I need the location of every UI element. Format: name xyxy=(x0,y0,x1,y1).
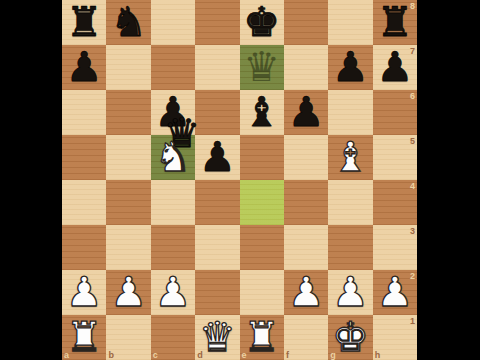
square-f5[interactable] xyxy=(284,135,328,180)
square-e4[interactable] xyxy=(240,180,284,225)
black-knight-b8-icon[interactable]: ♞ xyxy=(106,0,150,45)
square-f2[interactable]: ♟ xyxy=(284,270,328,315)
square-b2[interactable]: ♟ xyxy=(106,270,150,315)
square-e6[interactable]: ♝ xyxy=(240,90,284,135)
square-b1[interactable]: b xyxy=(106,315,150,360)
square-e8[interactable]: ♚ xyxy=(240,0,284,45)
square-a2[interactable]: ♟ xyxy=(62,270,106,315)
square-c1[interactable]: c xyxy=(151,315,195,360)
white-bishop-g5-icon[interactable]: ♝ xyxy=(328,135,372,180)
square-h6[interactable]: 6 xyxy=(373,90,417,135)
square-b8[interactable]: ♞ xyxy=(106,0,150,45)
square-a8[interactable]: ♜ xyxy=(62,0,106,45)
square-h8[interactable]: 8♜ xyxy=(373,0,417,45)
square-g1[interactable]: g♚ xyxy=(328,315,372,360)
rank-label-6: 6 xyxy=(410,91,415,101)
square-a3[interactable] xyxy=(62,225,106,270)
black-pawn-f6-icon[interactable]: ♟ xyxy=(284,90,328,135)
square-h7[interactable]: 7♟ xyxy=(373,45,417,90)
file-label-f: f xyxy=(286,350,289,360)
file-label-c: c xyxy=(153,350,158,360)
square-e5[interactable] xyxy=(240,135,284,180)
chess-board: ♜♞♚8♜♟♛♟7♟♟♝♟6♞♟♝543♟♟♟♟♟2♟a♜bcd♛e♜fg♚h1… xyxy=(62,0,417,360)
file-label-b: b xyxy=(108,350,114,360)
square-b6[interactable] xyxy=(106,90,150,135)
white-pawn-g2-icon[interactable]: ♟ xyxy=(328,270,372,315)
square-a4[interactable] xyxy=(62,180,106,225)
letterbox-right xyxy=(417,0,480,360)
rank-label-1: 1 xyxy=(410,316,415,326)
square-d7[interactable] xyxy=(195,45,239,90)
white-pawn-b2-icon[interactable]: ♟ xyxy=(106,270,150,315)
square-a5[interactable] xyxy=(62,135,106,180)
square-c7[interactable] xyxy=(151,45,195,90)
square-e3[interactable] xyxy=(240,225,284,270)
square-c3[interactable] xyxy=(151,225,195,270)
rank-label-3: 3 xyxy=(410,226,415,236)
black-rook-a8-icon[interactable]: ♜ xyxy=(62,0,106,45)
white-pawn-f2-icon[interactable]: ♟ xyxy=(284,270,328,315)
white-king-g1-icon[interactable]: ♚ xyxy=(328,315,372,360)
rank-label-5: 5 xyxy=(410,136,415,146)
white-knight-c5-icon[interactable]: ♞ xyxy=(151,135,195,180)
black-rook-h8-icon[interactable]: ♜ xyxy=(373,0,417,45)
square-b7[interactable] xyxy=(106,45,150,90)
video-frame: ♜♞♚8♜♟♛♟7♟♟♝♟6♞♟♝543♟♟♟♟♟2♟a♜bcd♛e♜fg♚h1… xyxy=(0,0,480,360)
white-pawn-a2-icon[interactable]: ♟ xyxy=(62,270,106,315)
white-pawn-h2-icon[interactable]: ♟ xyxy=(373,270,417,315)
square-h1[interactable]: h1 xyxy=(373,315,417,360)
square-g6[interactable] xyxy=(328,90,372,135)
square-d1[interactable]: d♛ xyxy=(195,315,239,360)
square-h5[interactable]: 5 xyxy=(373,135,417,180)
square-g2[interactable]: ♟ xyxy=(328,270,372,315)
square-g7[interactable]: ♟ xyxy=(328,45,372,90)
square-b5[interactable] xyxy=(106,135,150,180)
square-a6[interactable] xyxy=(62,90,106,135)
square-a1[interactable]: a♜ xyxy=(62,315,106,360)
square-c8[interactable] xyxy=(151,0,195,45)
black-bishop-e6-icon[interactable]: ♝ xyxy=(240,90,284,135)
white-pawn-c2-icon[interactable]: ♟ xyxy=(151,270,195,315)
white-queen-d1-icon[interactable]: ♛ xyxy=(195,315,239,360)
square-d2[interactable] xyxy=(195,270,239,315)
square-d8[interactable] xyxy=(195,0,239,45)
square-h2[interactable]: 2♟ xyxy=(373,270,417,315)
square-c5[interactable]: ♞ xyxy=(151,135,195,180)
square-b4[interactable] xyxy=(106,180,150,225)
square-d4[interactable] xyxy=(195,180,239,225)
black-pawn-g7-icon[interactable]: ♟ xyxy=(328,45,372,90)
square-g4[interactable] xyxy=(328,180,372,225)
black-king-e8-icon[interactable]: ♚ xyxy=(240,0,284,45)
square-e2[interactable] xyxy=(240,270,284,315)
square-g8[interactable] xyxy=(328,0,372,45)
square-f8[interactable] xyxy=(284,0,328,45)
square-d3[interactable] xyxy=(195,225,239,270)
square-f6[interactable]: ♟ xyxy=(284,90,328,135)
square-b3[interactable] xyxy=(106,225,150,270)
square-c4[interactable] xyxy=(151,180,195,225)
square-e7[interactable]: ♛ xyxy=(240,45,284,90)
square-h3[interactable]: 3 xyxy=(373,225,417,270)
square-g5[interactable]: ♝ xyxy=(328,135,372,180)
rank-label-4: 4 xyxy=(410,181,415,191)
white-rook-e1-icon[interactable]: ♜ xyxy=(240,315,284,360)
square-e1[interactable]: e♜ xyxy=(240,315,284,360)
square-f7[interactable] xyxy=(284,45,328,90)
square-f4[interactable] xyxy=(284,180,328,225)
square-a7[interactable]: ♟ xyxy=(62,45,106,90)
black-pawn-a7-icon[interactable]: ♟ xyxy=(62,45,106,90)
square-f3[interactable] xyxy=(284,225,328,270)
square-g3[interactable] xyxy=(328,225,372,270)
ghost-black-queen-e7-icon: ♛ xyxy=(240,45,284,90)
letterbox-left xyxy=(0,0,62,360)
square-h4[interactable]: 4 xyxy=(373,180,417,225)
square-c2[interactable]: ♟ xyxy=(151,270,195,315)
file-label-h: h xyxy=(375,350,381,360)
white-rook-a1-icon[interactable]: ♜ xyxy=(62,315,106,360)
square-f1[interactable]: f xyxy=(284,315,328,360)
black-pawn-h7-icon[interactable]: ♟ xyxy=(373,45,417,90)
